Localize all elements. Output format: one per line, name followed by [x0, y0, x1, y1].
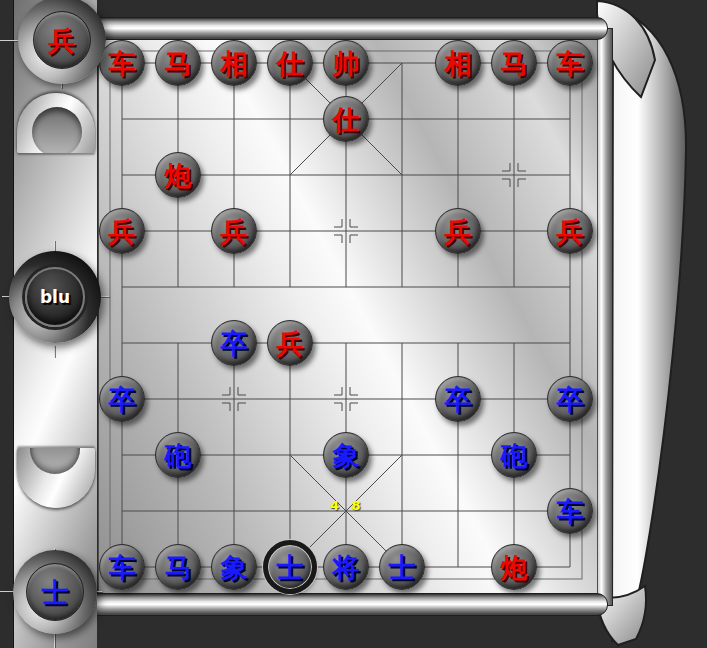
board-cell: 兵	[206, 203, 262, 259]
piece-glyph: 卒	[557, 386, 584, 413]
piece-red-horse[interactable]: 马	[155, 40, 201, 86]
piece-red-chariot[interactable]: 车	[99, 40, 145, 86]
piece-blue-advisor[interactable]: 士	[379, 544, 425, 590]
piece-glyph: 帅	[333, 50, 360, 77]
bottom-frame-rod	[74, 593, 608, 616]
board-cell: 卒	[430, 371, 486, 427]
red-player-tray-piece: 兵	[33, 11, 91, 69]
board-cell: 砲	[150, 427, 206, 483]
piece-blue-cannon[interactable]: 砲	[155, 432, 201, 478]
piece-glyph: 士	[389, 554, 416, 581]
piece-glyph: 兵	[221, 218, 248, 245]
piece-glyph: 车	[557, 50, 584, 77]
board-cell: 马	[150, 35, 206, 91]
move-indicator: 4 8	[330, 498, 365, 513]
board-cell: 炮	[150, 147, 206, 203]
board-cell: 车	[542, 35, 598, 91]
piece-blue-chariot[interactable]: 车	[99, 544, 145, 590]
piece-red-cannon[interactable]: 炮	[155, 152, 201, 198]
tray-blue-advisor-glyph: 士	[42, 579, 69, 606]
piece-glyph: 卒	[221, 330, 248, 357]
piece-glyph: 将	[333, 554, 360, 581]
board-cell: 兵	[94, 203, 150, 259]
piece-glyph: 车	[557, 498, 584, 525]
board-cell: 仕	[318, 91, 374, 147]
piece-red-chariot[interactable]: 车	[547, 40, 593, 86]
piece-glyph: 士	[277, 554, 304, 581]
piece-glyph: 车	[109, 50, 136, 77]
piece-red-general[interactable]: 帅	[323, 40, 369, 86]
board-cell: 车	[94, 539, 150, 595]
piece-glyph: 马	[165, 554, 192, 581]
scroll-down-arch[interactable]	[17, 448, 95, 508]
board-cell: 卒	[542, 371, 598, 427]
piece-glyph: 仕	[333, 106, 360, 133]
board-cell: 士	[374, 539, 430, 595]
board-cell: 相	[206, 35, 262, 91]
piece-glyph: 砲	[501, 442, 528, 469]
board-cell: 士	[262, 539, 318, 595]
board-cell: 卒	[94, 371, 150, 427]
blue-player-tray-piece: 士	[26, 563, 84, 621]
piece-glyph: 兵	[557, 218, 584, 245]
piece-glyph: 炮	[165, 162, 192, 189]
piece-red-soldier[interactable]: 兵	[435, 208, 481, 254]
piece-red-advisor[interactable]: 仕	[323, 96, 369, 142]
board-cell: 卒	[206, 315, 262, 371]
piece-blue-advisor[interactable]: 士	[267, 544, 313, 590]
piece-glyph: 相	[445, 50, 472, 77]
piece-glyph: 车	[109, 554, 136, 581]
app-window: 车马相仕帅相马车仕炮兵兵兵兵卒兵卒卒卒砲象砲车车马象士将士炮 4 8 兵 blu…	[0, 0, 707, 648]
piece-glyph: 象	[333, 442, 360, 469]
board-cell: 将	[318, 539, 374, 595]
board-cell: 炮	[486, 539, 542, 595]
piece-glyph: 兵	[109, 218, 136, 245]
piece-glyph: 砲	[165, 442, 192, 469]
piece-glyph: 象	[221, 554, 248, 581]
piece-blue-elephant[interactable]: 象	[211, 544, 257, 590]
piece-red-advisor[interactable]: 仕	[267, 40, 313, 86]
piece-red-elephant[interactable]: 相	[211, 40, 257, 86]
board-cell: 马	[486, 35, 542, 91]
red-player-tray[interactable]: 兵	[18, 0, 106, 84]
piece-red-cannon[interactable]: 炮	[491, 544, 537, 590]
board-cell: 象	[206, 539, 262, 595]
blade-body	[612, 8, 686, 641]
board-cell: 车	[542, 483, 598, 539]
piece-glyph: 仕	[277, 50, 304, 77]
piece-red-horse[interactable]: 马	[491, 40, 537, 86]
piece-glyph: 马	[501, 50, 528, 77]
turn-button-label: blu	[40, 287, 70, 307]
piece-blue-cannon[interactable]: 砲	[491, 432, 537, 478]
blue-player-tray-ring: 士	[13, 550, 97, 634]
piece-glyph: 马	[165, 50, 192, 77]
piece-glyph: 卒	[445, 386, 472, 413]
board-cell: 兵	[542, 203, 598, 259]
turn-button-ring: blu	[9, 251, 101, 343]
piece-blue-soldier[interactable]: 卒	[99, 376, 145, 422]
turn-button[interactable]: blu	[9, 251, 101, 343]
red-player-tray-ring: 兵	[18, 0, 106, 84]
piece-glyph: 相	[221, 50, 248, 77]
board-cell: 帅	[318, 35, 374, 91]
scroll-down-notch	[30, 448, 80, 474]
piece-red-soldier[interactable]: 兵	[267, 320, 313, 366]
piece-red-soldier[interactable]: 兵	[547, 208, 593, 254]
board-cell: 兵	[262, 315, 318, 371]
piece-glyph: 兵	[277, 330, 304, 357]
piece-glyph: 卒	[109, 386, 136, 413]
scroll-up-arch[interactable]	[17, 93, 95, 153]
board-cell: 兵	[430, 203, 486, 259]
piece-blue-soldier[interactable]: 卒	[211, 320, 257, 366]
piece-blue-horse[interactable]: 马	[155, 544, 201, 590]
piece-blue-elephant[interactable]: 象	[323, 432, 369, 478]
piece-red-soldier[interactable]: 兵	[99, 208, 145, 254]
piece-blue-soldier[interactable]: 卒	[435, 376, 481, 422]
piece-glyph: 炮	[501, 554, 528, 581]
turn-button-face: blu	[25, 267, 85, 327]
piece-glyph: 兵	[445, 218, 472, 245]
board-cell: 仕	[262, 35, 318, 91]
board-cell: 象	[318, 427, 374, 483]
tray-red-soldier-glyph: 兵	[49, 27, 76, 54]
board-cell: 马	[150, 539, 206, 595]
piece-red-soldier[interactable]: 兵	[211, 208, 257, 254]
scroll-up-notch	[32, 107, 82, 153]
piece-blue-soldier[interactable]: 卒	[547, 376, 593, 422]
turn-button-tick-bottom	[54, 345, 55, 357]
board-cell: 相	[430, 35, 486, 91]
piece-red-elephant[interactable]: 相	[435, 40, 481, 86]
piece-blue-chariot[interactable]: 车	[547, 488, 593, 534]
piece-blue-general[interactable]: 将	[323, 544, 369, 590]
board-cell: 砲	[486, 427, 542, 483]
blue-player-tray[interactable]: 士	[13, 550, 97, 634]
